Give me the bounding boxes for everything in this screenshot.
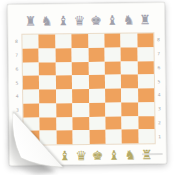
- square-d1[interactable]: [73, 130, 90, 144]
- square-c6[interactable]: [55, 62, 72, 76]
- square-h8[interactable]: [137, 33, 154, 47]
- square-a5[interactable]: [23, 76, 40, 90]
- square-a2[interactable]: [23, 117, 40, 131]
- square-g6[interactable]: [121, 61, 138, 75]
- square-h1[interactable]: [138, 129, 155, 143]
- square-b1[interactable]: [40, 131, 57, 145]
- rank-label-left-2: 2: [12, 117, 22, 131]
- square-a1[interactable]: [24, 131, 41, 145]
- rank-label-left-4: 4: [12, 90, 22, 104]
- square-a3[interactable]: [23, 103, 40, 117]
- square-e3[interactable]: [89, 103, 106, 117]
- square-b7[interactable]: [39, 48, 56, 62]
- margin-piece-top-h-rook: ♜: [137, 8, 154, 30]
- square-h7[interactable]: [137, 47, 154, 61]
- chess-mat: ♜♞♝♛♚♝♞♜ 87654321 87654321 ♜♞♝♛♚♝♞♜: [7, 2, 167, 166]
- square-f7[interactable]: [104, 47, 121, 61]
- rank-label-left-1: 1: [13, 131, 23, 145]
- square-e5[interactable]: [88, 75, 105, 89]
- square-b5[interactable]: [39, 76, 56, 90]
- square-f3[interactable]: [105, 102, 122, 116]
- square-h6[interactable]: [137, 61, 154, 75]
- rank-label-right-2: 2: [154, 116, 164, 130]
- square-e1[interactable]: [89, 130, 106, 144]
- rank-label-right-3: 3: [154, 102, 164, 116]
- square-d4[interactable]: [72, 89, 89, 103]
- square-a7[interactable]: [23, 48, 40, 62]
- square-b3[interactable]: [40, 103, 57, 117]
- rank-label-left-3: 3: [12, 104, 22, 118]
- square-h5[interactable]: [138, 74, 155, 88]
- square-e7[interactable]: [88, 48, 105, 62]
- margin-piece-bottom-d-queen: ♛: [73, 144, 90, 166]
- rank-label-right-6: 6: [154, 61, 164, 75]
- square-f8[interactable]: [104, 34, 121, 48]
- square-g7[interactable]: [121, 47, 138, 61]
- margin-piece-top-a-rook: ♜: [22, 10, 39, 32]
- margin-piece-bottom-a-rook: ♜: [24, 145, 41, 167]
- product-photo: ♜♞♝♛♚♝♞♜ 87654321 87654321 ♜♞♝♛♚♝♞♜: [0, 0, 174, 175]
- square-g3[interactable]: [121, 102, 138, 116]
- square-d3[interactable]: [72, 103, 89, 117]
- square-d5[interactable]: [72, 75, 89, 89]
- rank-label-left-6: 6: [12, 62, 22, 76]
- margin-pieces-top: ♜♞♝♛♚♝♞♜: [22, 8, 153, 32]
- square-g5[interactable]: [121, 75, 138, 89]
- square-g4[interactable]: [121, 88, 138, 102]
- square-e8[interactable]: [88, 34, 105, 48]
- margin-piece-bottom-e-king: ♚: [89, 144, 106, 166]
- square-d6[interactable]: [72, 61, 89, 75]
- rank-label-right-1: 1: [155, 129, 165, 143]
- margin-piece-top-b-knight: ♞: [38, 9, 55, 31]
- margin-piece-bottom-b-knight: ♞: [40, 144, 57, 166]
- square-e4[interactable]: [89, 89, 106, 103]
- square-c4[interactable]: [56, 89, 73, 103]
- margin-piece-top-e-king: ♚: [88, 9, 105, 31]
- rank-label-left-8: 8: [11, 35, 21, 49]
- square-a6[interactable]: [23, 62, 40, 76]
- square-c5[interactable]: [56, 75, 73, 89]
- square-d2[interactable]: [73, 116, 90, 130]
- square-h2[interactable]: [138, 116, 155, 130]
- margin-piece-bottom-c-bishop: ♝: [56, 144, 73, 166]
- margin-pieces-bottom: ♜♞♝♛♚♝♞♜: [24, 143, 155, 167]
- square-a4[interactable]: [23, 90, 40, 104]
- rank-label-right-8: 8: [153, 33, 163, 47]
- square-c2[interactable]: [56, 117, 73, 131]
- square-b4[interactable]: [39, 89, 56, 103]
- rank-label-right-7: 7: [154, 47, 164, 61]
- rank-label-left-7: 7: [12, 49, 22, 63]
- rank-label-left-5: 5: [12, 76, 22, 90]
- margin-piece-top-d-queen: ♛: [71, 9, 88, 31]
- square-d7[interactable]: [72, 48, 89, 62]
- square-g2[interactable]: [122, 116, 139, 130]
- square-c3[interactable]: [56, 103, 73, 117]
- square-f4[interactable]: [105, 89, 122, 103]
- chess-board[interactable]: [22, 33, 154, 145]
- margin-piece-bottom-f-bishop: ♝: [106, 144, 123, 166]
- rank-labels-left: 87654321: [11, 35, 22, 145]
- square-b8[interactable]: [39, 34, 56, 48]
- square-b2[interactable]: [40, 117, 57, 131]
- margin-piece-top-g-knight: ♞: [120, 8, 137, 30]
- square-f2[interactable]: [105, 116, 122, 130]
- square-a8[interactable]: [22, 35, 39, 49]
- square-g8[interactable]: [121, 33, 138, 47]
- rank-label-right-5: 5: [154, 74, 164, 88]
- square-h4[interactable]: [138, 88, 155, 102]
- square-d8[interactable]: [72, 34, 89, 48]
- square-b6[interactable]: [39, 62, 56, 76]
- brand-mark: [142, 153, 163, 155]
- rank-label-right-4: 4: [154, 88, 164, 102]
- margin-piece-bottom-g-knight: ♞: [122, 143, 139, 165]
- square-c7[interactable]: [55, 48, 72, 62]
- square-c8[interactable]: [55, 34, 72, 48]
- square-f1[interactable]: [105, 130, 122, 144]
- margin-piece-top-c-bishop: ♝: [55, 9, 72, 31]
- square-f5[interactable]: [105, 75, 122, 89]
- square-c1[interactable]: [56, 130, 73, 144]
- square-g1[interactable]: [122, 130, 139, 144]
- square-h3[interactable]: [138, 102, 155, 116]
- rank-labels-right: 87654321: [153, 33, 164, 143]
- square-f6[interactable]: [105, 61, 122, 75]
- margin-piece-top-f-bishop: ♝: [104, 9, 121, 31]
- square-e2[interactable]: [89, 116, 106, 130]
- square-e6[interactable]: [88, 61, 105, 75]
